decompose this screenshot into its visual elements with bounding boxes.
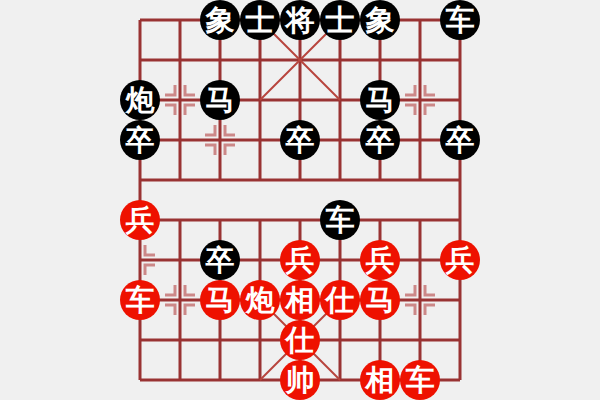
piece-red-soldier[interactable]: 兵 — [360, 240, 400, 280]
piece-black-soldier[interactable]: 卒 — [360, 120, 400, 160]
piece-red-advisor[interactable]: 仕 — [320, 280, 360, 320]
piece-red-chariot[interactable]: 车 — [400, 360, 440, 400]
piece-red-horse[interactable]: 马 — [200, 280, 240, 320]
piece-black-king[interactable]: 将 — [280, 0, 320, 40]
piece-black-horse[interactable]: 马 — [360, 80, 400, 120]
piece-black-horse[interactable]: 马 — [200, 80, 240, 120]
piece-black-cannon[interactable]: 炮 — [120, 80, 160, 120]
piece-red-soldier[interactable]: 兵 — [440, 240, 480, 280]
piece-red-elephant[interactable]: 相 — [280, 280, 320, 320]
piece-red-advisor[interactable]: 仕 — [280, 320, 320, 360]
pieces-layer: 象士将士象车炮马马卒卒卒卒兵车卒兵兵兵车马炮相仕马仕帅相车 — [120, 0, 480, 400]
piece-black-advisor[interactable]: 士 — [240, 0, 280, 40]
piece-black-elephant[interactable]: 象 — [360, 0, 400, 40]
piece-black-soldier[interactable]: 卒 — [200, 240, 240, 280]
piece-black-soldier[interactable]: 卒 — [440, 120, 480, 160]
piece-black-chariot[interactable]: 车 — [440, 0, 480, 40]
piece-black-advisor[interactable]: 士 — [320, 0, 360, 40]
xiangqi-board: 象士将士象车炮马马卒卒卒卒兵车卒兵兵兵车马炮相仕马仕帅相车 — [0, 0, 600, 400]
piece-black-chariot[interactable]: 车 — [320, 200, 360, 240]
piece-red-elephant[interactable]: 相 — [360, 360, 400, 400]
piece-red-king[interactable]: 帅 — [280, 360, 320, 400]
piece-red-horse[interactable]: 马 — [360, 280, 400, 320]
piece-black-soldier[interactable]: 卒 — [120, 120, 160, 160]
piece-black-soldier[interactable]: 卒 — [280, 120, 320, 160]
piece-red-chariot[interactable]: 车 — [120, 280, 160, 320]
piece-red-cannon[interactable]: 炮 — [240, 280, 280, 320]
piece-black-elephant[interactable]: 象 — [200, 0, 240, 40]
piece-red-soldier[interactable]: 兵 — [120, 200, 160, 240]
piece-red-soldier[interactable]: 兵 — [280, 240, 320, 280]
